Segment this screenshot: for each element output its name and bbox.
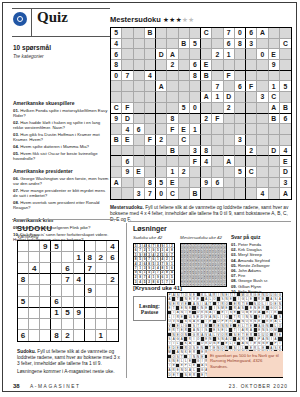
cell[interactable]: [246, 71, 257, 82]
cell[interactable]: [235, 49, 246, 60]
cell: 3: [257, 92, 268, 103]
issue-date: 23. OKTOBER 2020: [229, 384, 288, 389]
cell[interactable]: [179, 178, 190, 189]
quiz-question: 05. Hvem fikk sist Oscar for beste kvinn…: [13, 151, 110, 162]
question-number: 07.: [13, 188, 19, 193]
cell[interactable]: [145, 124, 156, 135]
prize-text: Et gavekort på 500 kr fra Norli går til …: [210, 353, 280, 369]
cell[interactable]: [246, 178, 257, 189]
cell[interactable]: [156, 156, 167, 167]
divider: [12, 36, 110, 37]
cell[interactable]: [257, 156, 268, 167]
cell[interactable]: [40, 297, 51, 308]
cell[interactable]: [134, 146, 145, 157]
cell[interactable]: [156, 103, 167, 114]
cell[interactable]: [235, 188, 246, 199]
cell[interactable]: [235, 103, 246, 114]
quiz-column: 10 spørsmål Tre kategorier Amerikanske s…: [13, 44, 110, 244]
cell[interactable]: [201, 39, 212, 50]
cell[interactable]: [269, 124, 280, 135]
cell: 7: [122, 71, 133, 82]
cell: 2: [96, 252, 107, 263]
cell[interactable]: [179, 60, 190, 71]
cell[interactable]: [179, 71, 190, 82]
cell: E: [122, 135, 133, 146]
cell[interactable]: [18, 285, 29, 296]
cell[interactable]: [201, 167, 212, 178]
cell[interactable]: [257, 39, 268, 50]
cell[interactable]: [179, 49, 190, 60]
cell[interactable]: [122, 178, 133, 189]
question-text: Hvilken Fonda spilte i motorsykkelfilmen…: [13, 108, 107, 118]
ring-icon: [17, 16, 23, 22]
cell[interactable]: [111, 92, 122, 103]
cell[interactable]: [134, 156, 145, 167]
cell[interactable]: [246, 156, 257, 167]
cell[interactable]: [224, 135, 235, 146]
cell: 8: [167, 114, 178, 125]
cell[interactable]: [280, 60, 291, 71]
cell[interactable]: [269, 156, 280, 167]
cell[interactable]: [107, 285, 118, 296]
cell[interactable]: [122, 188, 133, 199]
cell: A: [257, 28, 268, 39]
cell[interactable]: [145, 39, 156, 50]
cell[interactable]: [156, 71, 167, 82]
cell[interactable]: [280, 124, 291, 135]
question-number: 05.: [13, 151, 19, 156]
solution-word: Pastose: [141, 309, 158, 315]
divider: [128, 221, 291, 222]
cell[interactable]: [257, 114, 268, 125]
cell[interactable]: [190, 178, 201, 189]
cell[interactable]: [212, 124, 223, 135]
question-text: Hvem spilte datteren i Mamma Mia?: [20, 144, 89, 149]
cell[interactable]: [62, 319, 73, 330]
cell[interactable]: [269, 178, 280, 189]
cell[interactable]: [190, 28, 201, 39]
cell[interactable]: [212, 103, 223, 114]
cell[interactable]: [85, 241, 96, 252]
cell: 4: [74, 274, 85, 285]
cell: 9: [170, 280, 174, 284]
cell[interactable]: [51, 319, 62, 330]
cell: A: [269, 103, 280, 114]
cell: F: [145, 135, 156, 146]
cell: 1: [269, 81, 280, 92]
cell: C: [167, 188, 178, 199]
cell[interactable]: [85, 297, 96, 308]
cell[interactable]: [167, 71, 178, 82]
cell[interactable]: [134, 114, 145, 125]
cell: 9: [122, 167, 133, 178]
cell[interactable]: [269, 28, 280, 39]
cell: 8: [85, 252, 96, 263]
cell[interactable]: [235, 156, 246, 167]
cell[interactable]: [235, 92, 246, 103]
cell[interactable]: [51, 274, 62, 285]
cell[interactable]: [96, 263, 107, 274]
cell: B: [190, 188, 201, 199]
cell[interactable]: [134, 135, 145, 146]
cell: B: [201, 71, 212, 82]
cell[interactable]: [74, 241, 85, 252]
cell[interactable]: [122, 92, 133, 103]
cell[interactable]: [96, 308, 107, 319]
cell[interactable]: [107, 297, 118, 308]
question-number: 03.: [13, 132, 19, 137]
cell[interactable]: [40, 319, 51, 330]
cell[interactable]: [269, 71, 280, 82]
cell[interactable]: [122, 81, 133, 92]
cell: 3: [280, 178, 291, 189]
cell[interactable]: [29, 308, 40, 319]
cell[interactable]: [246, 188, 257, 199]
cell[interactable]: [134, 103, 145, 114]
cell: B: [179, 39, 190, 50]
cell: 6: [246, 28, 257, 39]
cell: B: [145, 28, 156, 39]
cell: 6: [107, 252, 118, 263]
cell[interactable]: [280, 28, 291, 39]
cell[interactable]: [257, 167, 268, 178]
cell[interactable]: [134, 28, 145, 39]
cell[interactable]: [246, 124, 257, 135]
cell: E: [134, 167, 145, 178]
cell[interactable]: [96, 241, 107, 252]
cell: 9: [85, 285, 96, 296]
cell[interactable]: [134, 178, 145, 189]
cell[interactable]: [212, 188, 223, 199]
cell[interactable]: [107, 308, 118, 319]
sudoku-caption-2: Løsningene kommer i A-magasinet neste uk…: [17, 369, 120, 375]
cell[interactable]: [190, 49, 201, 60]
sudoku-board[interactable]: 954182646787429561596821: [17, 240, 119, 342]
cell: 5: [190, 39, 201, 50]
cell[interactable]: [257, 81, 268, 92]
cell[interactable]: [224, 167, 235, 178]
cell[interactable]: [62, 241, 73, 252]
question-text: Hun gikk fra Dustin Hoffman i Kramer mot…: [13, 132, 100, 142]
cell[interactable]: [40, 274, 51, 285]
cell[interactable]: [62, 285, 73, 296]
cell[interactable]: [179, 92, 190, 103]
cell[interactable]: [201, 135, 212, 146]
cell: 1: [224, 49, 235, 60]
cell[interactable]: [235, 60, 246, 71]
cell[interactable]: [156, 92, 167, 103]
cell[interactable]: [179, 146, 190, 157]
cell[interactable]: [85, 330, 96, 341]
cell[interactable]: [51, 263, 62, 274]
cell[interactable]: [167, 135, 178, 146]
cell[interactable]: [167, 28, 178, 39]
quiz-answers-header: Svar på quiz: [231, 234, 291, 240]
cell[interactable]: [74, 319, 85, 330]
cell: 6: [51, 297, 62, 308]
cell[interactable]: [145, 81, 156, 92]
cell[interactable]: [235, 114, 246, 125]
cell[interactable]: [224, 114, 235, 125]
cell[interactable]: [212, 135, 223, 146]
cell[interactable]: [179, 114, 190, 125]
cell[interactable]: [235, 71, 246, 82]
difficulty-stars: ★★★★★: [163, 16, 195, 24]
cell[interactable]: [145, 49, 156, 60]
cell[interactable]: [145, 167, 156, 178]
cell[interactable]: [122, 28, 133, 39]
cell[interactable]: [74, 330, 85, 341]
cell[interactable]: [246, 114, 257, 125]
cell[interactable]: [257, 71, 268, 82]
cell[interactable]: [145, 60, 156, 71]
cell[interactable]: [96, 297, 107, 308]
cell[interactable]: [29, 330, 40, 341]
cell[interactable]: [257, 146, 268, 157]
cell[interactable]: [85, 308, 96, 319]
cell[interactable]: [212, 71, 223, 82]
cell[interactable]: [235, 146, 246, 157]
cell[interactable]: [280, 92, 291, 103]
cell: 6: [235, 81, 246, 92]
cell[interactable]: [257, 60, 268, 71]
cell[interactable]: [201, 103, 212, 114]
cell[interactable]: [156, 28, 167, 39]
cell[interactable]: [40, 252, 51, 263]
cell: D: [269, 146, 280, 157]
question-text: George Washington var den første, men hv…: [13, 176, 108, 186]
cell[interactable]: [212, 28, 223, 39]
cell[interactable]: [156, 124, 167, 135]
cell[interactable]: [212, 60, 223, 71]
cell: 9: [74, 308, 85, 319]
cell[interactable]: [134, 92, 145, 103]
cell[interactable]: [269, 135, 280, 146]
cell[interactable]: [134, 49, 145, 60]
cell: B: [269, 114, 280, 125]
prize-winner-box: Et gavekort på 500 kr fra Norli går til …: [207, 351, 283, 377]
cell[interactable]: [179, 156, 190, 167]
cell: E: [269, 49, 280, 60]
cell[interactable]: [51, 252, 62, 263]
cell[interactable]: [145, 92, 156, 103]
cell[interactable]: [29, 319, 40, 330]
cell: E: [280, 156, 291, 167]
cell[interactable]: [18, 263, 29, 274]
cell[interactable]: [179, 188, 190, 199]
cell[interactable]: [134, 71, 145, 82]
cell[interactable]: [201, 188, 212, 199]
cell[interactable]: [107, 330, 118, 341]
cell[interactable]: [134, 39, 145, 50]
cell[interactable]: [280, 49, 291, 60]
cell: 7: [85, 263, 96, 274]
cell[interactable]: [167, 92, 178, 103]
cell[interactable]: [134, 60, 145, 71]
cell: 4: [257, 188, 268, 199]
cell[interactable]: [257, 103, 268, 114]
cell[interactable]: [74, 263, 85, 274]
cell[interactable]: [167, 156, 178, 167]
cell: 0: [257, 49, 268, 60]
cell[interactable]: [96, 319, 107, 330]
cell: E: [179, 124, 190, 135]
cell[interactable]: [111, 156, 122, 167]
cell[interactable]: [74, 285, 85, 296]
cell[interactable]: [257, 135, 268, 146]
cell[interactable]: [212, 167, 223, 178]
cell[interactable]: [40, 308, 51, 319]
cell[interactable]: [246, 49, 257, 60]
cell: 0: [111, 71, 122, 82]
cell[interactable]: [18, 252, 29, 263]
cell[interactable]: [201, 49, 212, 60]
cell[interactable]: [246, 60, 257, 71]
cell[interactable]: [224, 81, 235, 92]
cell[interactable]: [145, 114, 156, 125]
cell[interactable]: [269, 167, 280, 178]
cell[interactable]: [29, 285, 40, 296]
cell: 5: [156, 178, 167, 189]
cell: D: [280, 167, 291, 178]
cell: A: [167, 49, 178, 60]
cell[interactable]: [29, 297, 40, 308]
cell[interactable]: [224, 178, 235, 189]
cell[interactable]: [122, 49, 133, 60]
cell[interactable]: [29, 274, 40, 285]
cell[interactable]: [224, 188, 235, 199]
cell[interactable]: [40, 330, 51, 341]
cell[interactable]: [62, 252, 73, 263]
quiz-question: 03. Hun gikk fra Dustin Hoffman i Kramer…: [13, 132, 110, 143]
cell[interactable]: [235, 178, 246, 189]
cell[interactable]: [145, 156, 156, 167]
question-text: Han hadde kløft i haken og spilte i en l…: [13, 120, 100, 130]
cell[interactable]: [107, 263, 118, 274]
cell: 6: [280, 114, 291, 125]
cell: C: [179, 135, 190, 146]
cell: 2: [156, 135, 167, 146]
cell: C: [269, 92, 280, 103]
cell: B: [111, 135, 122, 146]
quiz-question: 06. George Washington var den første, me…: [13, 176, 110, 187]
cell[interactable]: [167, 39, 178, 50]
cell[interactable]: [201, 81, 212, 92]
cell[interactable]: [122, 146, 133, 157]
cell[interactable]: [111, 81, 122, 92]
cell[interactable]: [246, 92, 257, 103]
cell[interactable]: [179, 81, 190, 92]
cell: 4: [29, 263, 40, 274]
cell[interactable]: [190, 135, 201, 146]
quiz-answers: Svar på quiz 01. Peter Fonda 02. Kirk Do…: [231, 234, 291, 294]
cell[interactable]: [224, 60, 235, 71]
cell[interactable]: [246, 103, 257, 114]
cell[interactable]: [190, 114, 201, 125]
cell[interactable]: [96, 274, 107, 285]
cell[interactable]: [122, 60, 133, 71]
cell[interactable]: [224, 146, 235, 157]
cell[interactable]: [74, 297, 85, 308]
cell[interactable]: [269, 39, 280, 50]
cell: 3: [134, 188, 145, 199]
cell[interactable]: [18, 241, 29, 252]
cell[interactable]: [224, 124, 235, 135]
cell[interactable]: [212, 146, 223, 157]
cell[interactable]: [167, 81, 178, 92]
cell[interactable]: [167, 103, 178, 114]
cell[interactable]: [40, 263, 51, 274]
cell[interactable]: [190, 167, 201, 178]
cell[interactable]: [156, 60, 167, 71]
cell[interactable]: [190, 92, 201, 103]
cell[interactable]: [280, 135, 291, 146]
cell[interactable]: [107, 319, 118, 330]
cell[interactable]: [257, 124, 268, 135]
cell: 6: [122, 156, 133, 167]
cell: 5: [51, 241, 62, 252]
cell[interactable]: [111, 167, 122, 178]
cell: 6: [212, 178, 223, 189]
cell: 8: [235, 39, 246, 50]
cell[interactable]: [62, 297, 73, 308]
cell[interactable]: [179, 28, 190, 39]
cell[interactable]: [111, 188, 122, 199]
cell: 6: [224, 39, 235, 50]
cell[interactable]: [122, 39, 133, 50]
quiz-section-presidents: Amerikanske presidenter 06. George Washi…: [13, 168, 110, 210]
cell[interactable]: [190, 81, 201, 92]
cell[interactable]: [145, 103, 156, 114]
cell[interactable]: [85, 319, 96, 330]
cell[interactable]: [156, 167, 167, 178]
cell[interactable]: [269, 188, 280, 199]
cell[interactable]: [29, 241, 40, 252]
cell: 9: [269, 60, 280, 71]
cell: 1: [74, 252, 85, 263]
cell[interactable]: [29, 252, 40, 263]
cell[interactable]: [18, 319, 29, 330]
cell: 5: [18, 297, 29, 308]
cell[interactable]: [235, 124, 246, 135]
mestersudoku-board[interactable]: 5BC706A4B5683C6DA210E826E90748BFA76F15A1…: [110, 27, 292, 200]
cell[interactable]: [156, 114, 167, 125]
cell[interactable]: [201, 124, 212, 135]
cell: B: [167, 146, 178, 157]
divider: [12, 219, 118, 220]
cell[interactable]: [212, 39, 223, 50]
cell[interactable]: [111, 124, 122, 135]
solution-sudoku-label: Sudoku uke 42: [133, 235, 162, 240]
cell[interactable]: [280, 71, 291, 82]
cell[interactable]: [156, 146, 167, 157]
cell: A: [156, 81, 167, 92]
cell[interactable]: [156, 39, 167, 50]
cell[interactable]: [96, 285, 107, 296]
cell[interactable]: [111, 146, 122, 157]
cell[interactable]: [134, 81, 145, 92]
cell[interactable]: [145, 146, 156, 157]
cell[interactable]: [18, 308, 29, 319]
cell[interactable]: [40, 285, 51, 296]
cell[interactable]: [212, 156, 223, 167]
cell[interactable]: [257, 178, 268, 189]
cell[interactable]: [85, 274, 96, 285]
divider: [126, 223, 127, 378]
cell[interactable]: [51, 285, 62, 296]
cell: 7: [224, 28, 235, 39]
cell[interactable]: [246, 135, 257, 146]
